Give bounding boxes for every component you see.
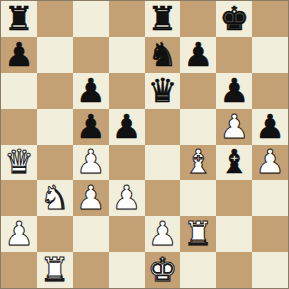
- piece-white-pawn[interactable]: ♟: [148, 216, 178, 252]
- square-b4[interactable]: [37, 145, 73, 181]
- square-d1[interactable]: [109, 252, 145, 288]
- square-f6[interactable]: [180, 73, 216, 109]
- square-e3[interactable]: [145, 180, 181, 216]
- square-d2[interactable]: [109, 216, 145, 252]
- piece-black-pawn[interactable]: ♟: [112, 109, 142, 145]
- square-c6[interactable]: ♟: [73, 73, 109, 109]
- square-h8[interactable]: [252, 1, 288, 37]
- square-g1[interactable]: [216, 252, 252, 288]
- square-g8[interactable]: ♚: [216, 1, 252, 37]
- square-h5[interactable]: ♟: [252, 109, 288, 145]
- piece-white-knight[interactable]: ♞: [40, 180, 70, 216]
- square-e8[interactable]: ♜: [145, 1, 181, 37]
- square-e7[interactable]: ♞: [145, 37, 181, 73]
- square-g5[interactable]: ♟: [216, 109, 252, 145]
- square-h3[interactable]: [252, 180, 288, 216]
- square-d5[interactable]: ♟: [109, 109, 145, 145]
- square-d6[interactable]: [109, 73, 145, 109]
- square-c4[interactable]: ♟: [73, 145, 109, 181]
- square-c7[interactable]: [73, 37, 109, 73]
- square-c2[interactable]: [73, 216, 109, 252]
- square-a3[interactable]: [1, 180, 37, 216]
- square-d8[interactable]: [109, 1, 145, 37]
- square-h4[interactable]: ♟: [252, 145, 288, 181]
- square-f4[interactable]: ♝: [180, 145, 216, 181]
- piece-black-pawn[interactable]: ♟: [255, 109, 285, 145]
- piece-black-knight[interactable]: ♞: [148, 37, 178, 73]
- square-b7[interactable]: [37, 37, 73, 73]
- piece-white-rook[interactable]: ♜: [184, 216, 214, 252]
- square-f7[interactable]: ♟: [180, 37, 216, 73]
- square-g4[interactable]: ♝: [216, 145, 252, 181]
- square-h7[interactable]: [252, 37, 288, 73]
- square-h1[interactable]: [252, 252, 288, 288]
- square-b2[interactable]: [37, 216, 73, 252]
- square-e5[interactable]: [145, 109, 181, 145]
- square-c3[interactable]: ♟: [73, 180, 109, 216]
- square-a7[interactable]: ♟: [1, 37, 37, 73]
- piece-white-pawn[interactable]: ♟: [4, 216, 34, 252]
- piece-white-pawn[interactable]: ♟: [219, 109, 249, 145]
- square-f5[interactable]: [180, 109, 216, 145]
- square-g7[interactable]: [216, 37, 252, 73]
- piece-black-pawn[interactable]: ♟: [219, 73, 249, 109]
- square-a1[interactable]: [1, 252, 37, 288]
- square-c1[interactable]: [73, 252, 109, 288]
- square-c5[interactable]: ♟: [73, 109, 109, 145]
- piece-white-pawn[interactable]: ♟: [76, 145, 106, 181]
- square-a8[interactable]: ♜: [1, 1, 37, 37]
- square-b3[interactable]: ♞: [37, 180, 73, 216]
- square-a5[interactable]: [1, 109, 37, 145]
- square-a2[interactable]: ♟: [1, 216, 37, 252]
- square-f3[interactable]: [180, 180, 216, 216]
- piece-white-pawn[interactable]: ♟: [76, 180, 106, 216]
- piece-white-queen[interactable]: ♛: [4, 145, 34, 181]
- square-d3[interactable]: ♟: [109, 180, 145, 216]
- square-b1[interactable]: ♜: [37, 252, 73, 288]
- piece-white-king[interactable]: ♚: [148, 252, 178, 288]
- piece-white-bishop[interactable]: ♝: [184, 145, 214, 181]
- square-f8[interactable]: [180, 1, 216, 37]
- square-f2[interactable]: ♜: [180, 216, 216, 252]
- square-e2[interactable]: ♟: [145, 216, 181, 252]
- square-e6[interactable]: ♛: [145, 73, 181, 109]
- square-b8[interactable]: [37, 1, 73, 37]
- square-g3[interactable]: [216, 180, 252, 216]
- piece-black-rook[interactable]: ♜: [148, 1, 178, 37]
- piece-black-rook[interactable]: ♜: [4, 1, 34, 37]
- square-f1[interactable]: [180, 252, 216, 288]
- piece-white-pawn[interactable]: ♟: [255, 145, 285, 181]
- piece-black-queen[interactable]: ♛: [148, 73, 178, 109]
- square-c8[interactable]: [73, 1, 109, 37]
- square-d4[interactable]: [109, 145, 145, 181]
- piece-white-pawn[interactable]: ♟: [112, 180, 142, 216]
- piece-black-pawn[interactable]: ♟: [76, 73, 106, 109]
- piece-black-king[interactable]: ♚: [219, 1, 249, 37]
- square-a4[interactable]: ♛: [1, 145, 37, 181]
- piece-black-pawn[interactable]: ♟: [4, 37, 34, 73]
- piece-black-pawn[interactable]: ♟: [184, 37, 214, 73]
- square-d7[interactable]: [109, 37, 145, 73]
- square-g6[interactable]: ♟: [216, 73, 252, 109]
- square-h6[interactable]: [252, 73, 288, 109]
- square-e1[interactable]: ♚: [145, 252, 181, 288]
- square-a6[interactable]: [1, 73, 37, 109]
- square-b5[interactable]: [37, 109, 73, 145]
- square-h2[interactable]: [252, 216, 288, 252]
- chess-board: ♜♜♚♟♞♟♟♛♟♟♟♟♟♛♟♝♝♟♞♟♟♟♟♜♜♚: [0, 0, 289, 289]
- piece-black-bishop[interactable]: ♝: [219, 145, 249, 181]
- piece-white-rook[interactable]: ♜: [40, 252, 70, 288]
- square-e4[interactable]: [145, 145, 181, 181]
- square-b6[interactable]: [37, 73, 73, 109]
- piece-black-pawn[interactable]: ♟: [76, 109, 106, 145]
- square-g2[interactable]: [216, 216, 252, 252]
